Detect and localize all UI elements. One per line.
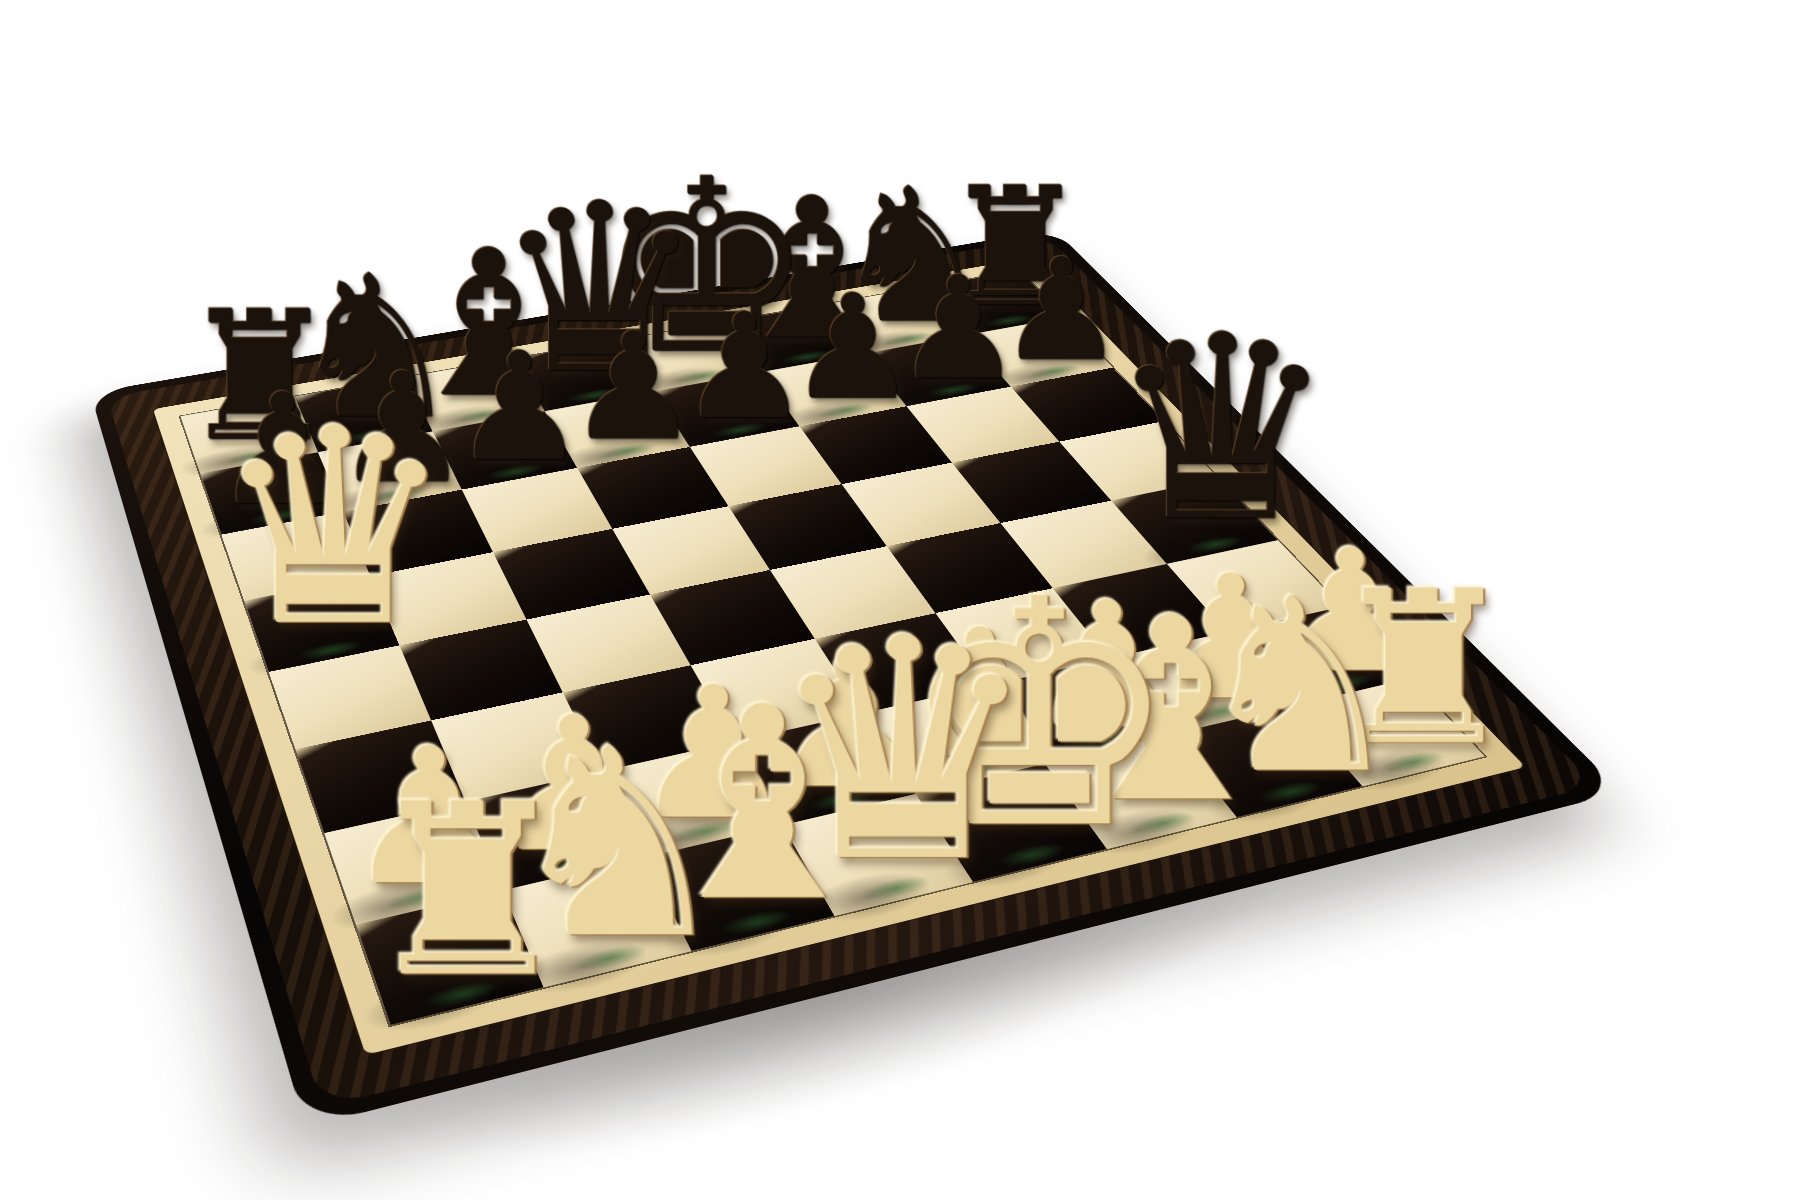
square-a1[interactable]: ♜: [356, 890, 544, 1025]
photo-scene: ♜♞♝♛♚♝♞♜♟♟♟♟♟♟♟♟♛♛♟♟♟♟♟♟♟♟♜♞♝♛♚♝♞♜: [0, 0, 1800, 1200]
black-pawn-piece[interactable]: ♟: [567, 316, 699, 456]
white-queen-piece[interactable]: ♛: [213, 400, 456, 657]
black-pawn-piece[interactable]: ♟: [452, 336, 586, 478]
white-rook-piece[interactable]: ♜: [361, 779, 574, 1004]
